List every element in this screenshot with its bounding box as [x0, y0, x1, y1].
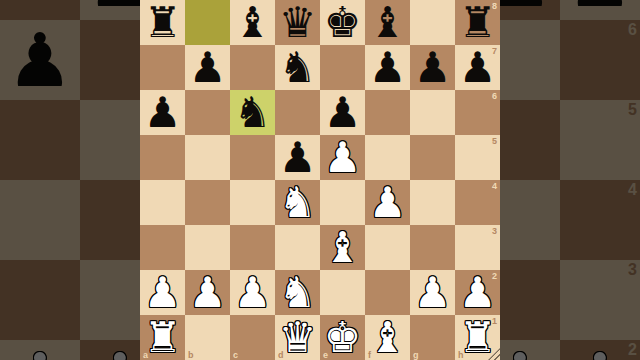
square-d7[interactable]: ♞ — [275, 45, 320, 90]
piece-black-pawn[interactable]: ♟ — [324, 90, 362, 135]
piece-black-pawn[interactable]: ♟ — [459, 45, 497, 90]
square-h5[interactable]: 5 — [455, 135, 500, 180]
piece-black-bishop[interactable]: ♝ — [234, 0, 272, 45]
square-d6[interactable] — [275, 90, 320, 135]
square-a7[interactable] — [140, 45, 185, 90]
square-a2[interactable]: ♟ — [140, 270, 185, 315]
square-d3[interactable] — [275, 225, 320, 270]
square-d5[interactable]: ♟ — [275, 135, 320, 180]
piece-black-queen[interactable]: ♛ — [279, 0, 317, 45]
square-b6[interactable] — [185, 90, 230, 135]
square-e4[interactable] — [320, 180, 365, 225]
square-d1[interactable]: ♛d — [275, 315, 320, 360]
video-frame: ♜♝♛♚♝♜8♟♞♟♟♟7♟♞♟6♟♟5♞♟4♝3♟♟♟♞♟♟2♜abc♛d♚e… — [0, 0, 640, 360]
square-g5[interactable] — [410, 135, 455, 180]
square-h8[interactable]: ♜8 — [455, 0, 500, 45]
piece-black-pawn[interactable]: ♟ — [369, 45, 407, 90]
rank-label-5: 5 — [492, 136, 497, 146]
square-f8[interactable]: ♝ — [365, 0, 410, 45]
square-h6[interactable]: 6 — [455, 90, 500, 135]
square-h7[interactable]: ♟7 — [455, 45, 500, 90]
square-b8[interactable] — [185, 0, 230, 45]
file-label-h: h — [458, 350, 464, 360]
square-c1[interactable]: c — [230, 315, 275, 360]
piece-black-knight[interactable]: ♞ — [279, 45, 317, 90]
piece-white-pawn[interactable]: ♟ — [324, 135, 362, 180]
square-a1[interactable]: ♜a — [140, 315, 185, 360]
file-label-d: d — [278, 350, 284, 360]
rank-label-2: 2 — [492, 271, 497, 281]
square-f1[interactable]: ♝f — [365, 315, 410, 360]
square-c2[interactable]: ♟ — [230, 270, 275, 315]
square-h1[interactable]: ♜1h — [455, 315, 500, 360]
square-f2[interactable] — [365, 270, 410, 315]
square-b2[interactable]: ♟ — [185, 270, 230, 315]
square-c5[interactable] — [230, 135, 275, 180]
piece-black-rook[interactable]: ♜ — [144, 0, 182, 45]
rank-label-7: 7 — [492, 46, 497, 56]
rank-label-6: 6 — [492, 91, 497, 101]
piece-white-bishop[interactable]: ♝ — [324, 225, 362, 270]
square-c8[interactable]: ♝ — [230, 0, 275, 45]
square-c7[interactable] — [230, 45, 275, 90]
square-b4[interactable] — [185, 180, 230, 225]
square-a3[interactable] — [140, 225, 185, 270]
rank-label-4: 4 — [492, 181, 497, 191]
piece-white-rook[interactable]: ♜ — [144, 315, 182, 360]
square-g7[interactable]: ♟ — [410, 45, 455, 90]
piece-black-pawn[interactable]: ♟ — [414, 45, 452, 90]
square-e8[interactable]: ♚ — [320, 0, 365, 45]
square-h4[interactable]: 4 — [455, 180, 500, 225]
square-a4[interactable] — [140, 180, 185, 225]
piece-white-pawn[interactable]: ♟ — [414, 270, 452, 315]
square-e2[interactable] — [320, 270, 365, 315]
piece-white-rook[interactable]: ♜ — [459, 315, 497, 360]
file-label-g: g — [413, 350, 419, 360]
piece-white-bishop[interactable]: ♝ — [369, 315, 407, 360]
square-a5[interactable] — [140, 135, 185, 180]
piece-white-knight[interactable]: ♞ — [279, 180, 317, 225]
file-label-e: e — [323, 350, 328, 360]
square-g1[interactable]: g — [410, 315, 455, 360]
piece-white-pawn[interactable]: ♟ — [369, 180, 407, 225]
square-c4[interactable] — [230, 180, 275, 225]
piece-black-pawn[interactable]: ♟ — [144, 90, 182, 135]
piece-black-pawn[interactable]: ♟ — [189, 45, 227, 90]
square-c3[interactable] — [230, 225, 275, 270]
square-b3[interactable] — [185, 225, 230, 270]
square-e5[interactable]: ♟ — [320, 135, 365, 180]
file-label-a: a — [143, 350, 148, 360]
square-a6[interactable]: ♟ — [140, 90, 185, 135]
piece-white-king[interactable]: ♚ — [324, 315, 362, 360]
piece-black-king[interactable]: ♚ — [324, 0, 362, 45]
piece-white-pawn[interactable]: ♟ — [144, 270, 182, 315]
square-b7[interactable]: ♟ — [185, 45, 230, 90]
chess-board[interactable]: ♜♝♛♚♝♜8♟♞♟♟♟7♟♞♟6♟♟5♞♟4♝3♟♟♟♞♟♟2♜abc♛d♚e… — [140, 0, 500, 360]
square-e1[interactable]: ♚e — [320, 315, 365, 360]
square-g6[interactable] — [410, 90, 455, 135]
square-d4[interactable]: ♞ — [275, 180, 320, 225]
square-b1[interactable]: b — [185, 315, 230, 360]
piece-black-rook[interactable]: ♜ — [459, 0, 497, 45]
rank-label-3: 3 — [492, 226, 497, 236]
square-d2[interactable]: ♞ — [275, 270, 320, 315]
square-g2[interactable]: ♟ — [410, 270, 455, 315]
file-label-b: b — [188, 350, 194, 360]
square-f3[interactable] — [365, 225, 410, 270]
square-b5[interactable] — [185, 135, 230, 180]
square-h3[interactable]: 3 — [455, 225, 500, 270]
square-g3[interactable] — [410, 225, 455, 270]
piece-black-bishop[interactable]: ♝ — [369, 0, 407, 45]
piece-white-pawn[interactable]: ♟ — [234, 270, 272, 315]
square-g4[interactable] — [410, 180, 455, 225]
file-label-c: c — [233, 350, 238, 360]
piece-white-pawn[interactable]: ♟ — [459, 270, 497, 315]
file-label-f: f — [368, 350, 371, 360]
square-d8[interactable]: ♛ — [275, 0, 320, 45]
piece-black-knight[interactable]: ♞ — [234, 90, 272, 135]
square-e7[interactable] — [320, 45, 365, 90]
square-e6[interactable]: ♟ — [320, 90, 365, 135]
piece-black-pawn[interactable]: ♟ — [279, 135, 317, 180]
square-f5[interactable] — [365, 135, 410, 180]
piece-white-queen[interactable]: ♛ — [279, 315, 317, 360]
square-a8[interactable]: ♜ — [140, 0, 185, 45]
square-c6[interactable]: ♞ — [230, 90, 275, 135]
square-g8[interactable] — [410, 0, 455, 45]
square-f7[interactable]: ♟ — [365, 45, 410, 90]
square-f4[interactable]: ♟ — [365, 180, 410, 225]
piece-white-knight[interactable]: ♞ — [279, 270, 317, 315]
rank-label-1: 1 — [492, 316, 497, 326]
square-h2[interactable]: ♟2 — [455, 270, 500, 315]
piece-white-pawn[interactable]: ♟ — [189, 270, 227, 315]
rank-label-8: 8 — [492, 1, 497, 11]
square-e3[interactable]: ♝ — [320, 225, 365, 270]
square-f6[interactable] — [365, 90, 410, 135]
